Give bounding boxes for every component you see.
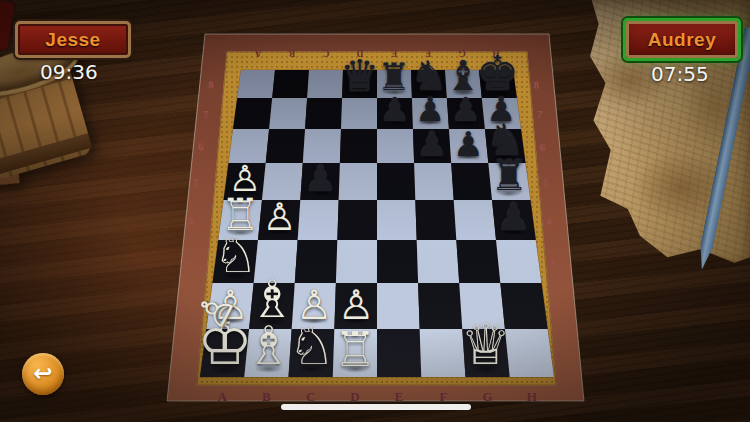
- clock-white: 09:36: [40, 60, 98, 84]
- board-label-C: C: [306, 389, 315, 404]
- piece-black-pawn-e7[interactable]: ♟: [380, 93, 410, 126]
- square-g5[interactable]: [451, 163, 492, 200]
- square-c4[interactable]: [298, 200, 339, 240]
- square-f1[interactable]: [420, 329, 466, 377]
- clock-black: 07:55: [651, 62, 709, 86]
- piece-black-pawn-c5[interactable]: ♟: [304, 161, 336, 197]
- board-label-3: 3: [549, 257, 555, 268]
- square-e1[interactable]: [377, 329, 421, 377]
- square-g3[interactable]: [456, 240, 500, 283]
- board-label-5: 5: [543, 177, 549, 188]
- square-h1[interactable]: [505, 329, 554, 377]
- board-label-8: 8: [533, 79, 539, 90]
- home-indicator[interactable]: [281, 404, 471, 410]
- square-d6[interactable]: [340, 129, 377, 163]
- square-d5[interactable]: [339, 163, 377, 200]
- square-f4[interactable]: [415, 200, 456, 240]
- square-d7[interactable]: [341, 98, 377, 129]
- piece-black-pawn-g6[interactable]: ♟: [453, 126, 484, 160]
- undo-arrow-icon: ↩: [33, 360, 52, 386]
- square-c3[interactable]: [295, 240, 338, 283]
- square-h3[interactable]: [496, 240, 541, 283]
- square-e5[interactable]: [377, 163, 415, 200]
- board-label-1: 1: [555, 349, 561, 360]
- board-label-F: F: [439, 389, 447, 404]
- square-b6[interactable]: [266, 129, 305, 163]
- board-label-3: 3: [183, 257, 189, 268]
- board-label-E: E: [395, 389, 404, 404]
- board-label-2: 2: [552, 302, 558, 313]
- piece-black-pawn-g7[interactable]: ♟: [451, 93, 481, 126]
- square-e2[interactable]: [377, 283, 420, 329]
- square-b8[interactable]: [272, 70, 309, 98]
- board-label-8: 8: [208, 79, 214, 90]
- piece-black-pawn-f7[interactable]: ♟: [415, 93, 445, 126]
- piece-black-rook-h5[interactable]: ♜: [490, 155, 528, 197]
- square-d3[interactable]: [336, 240, 377, 283]
- piece-white-queen-g1[interactable]: ♕: [460, 318, 510, 374]
- player-name-black: Audrey: [648, 29, 716, 51]
- square-e3[interactable]: [377, 240, 418, 283]
- board-label-G: G: [483, 389, 493, 404]
- board-label-2: 2: [178, 302, 184, 313]
- board-label-A: A: [254, 48, 261, 58]
- piece-white-pawn-d2[interactable]: ♙: [338, 284, 374, 325]
- square-f2[interactable]: [418, 283, 462, 329]
- piece-white-rook-d1[interactable]: ♖: [334, 325, 377, 373]
- square-e6[interactable]: [377, 129, 414, 163]
- board-label-6: 6: [198, 142, 204, 153]
- piece-white-knight-c1[interactable]: ♘: [288, 321, 335, 374]
- player-name-white: Jesse: [45, 29, 100, 51]
- square-c8[interactable]: [307, 70, 343, 98]
- square-f3[interactable]: [417, 240, 460, 283]
- board-label-7: 7: [536, 109, 542, 120]
- player-plate-black-active: Audrey: [623, 18, 741, 61]
- piece-white-bishop-b1[interactable]: ♗: [245, 321, 292, 374]
- piece-black-queen-d8[interactable]: ♛: [340, 53, 379, 97]
- piece-black-pawn-f6[interactable]: ♟: [416, 126, 447, 160]
- square-b7[interactable]: [269, 98, 307, 129]
- board-label-A: A: [217, 389, 227, 404]
- board-label-6: 6: [540, 142, 546, 153]
- square-a8[interactable]: [237, 70, 275, 98]
- square-f5[interactable]: [414, 163, 454, 200]
- board-label-H: H: [527, 389, 537, 404]
- piece-white-pawn-b4[interactable]: ♙: [263, 199, 297, 237]
- chess-app-screen: AABBCCDDEEFFGGHH8877665544332211 ♛♜♞♝♚♟♟…: [0, 0, 750, 422]
- back-button[interactable]: ↩: [22, 353, 64, 395]
- square-a7[interactable]: [233, 98, 272, 129]
- board-label-B: B: [262, 389, 271, 404]
- square-d4[interactable]: [337, 200, 377, 240]
- board-label-1: 1: [173, 349, 179, 360]
- square-e4[interactable]: [377, 200, 417, 240]
- board-label-C: C: [322, 48, 329, 58]
- board-label-7: 7: [203, 109, 209, 120]
- board-label-B: B: [288, 48, 295, 58]
- player-plate-white: Jesse: [15, 21, 131, 58]
- piece-black-pawn-h4[interactable]: ♟: [497, 199, 531, 237]
- board-label-D: D: [350, 389, 359, 404]
- board-label-5: 5: [193, 177, 199, 188]
- square-c7[interactable]: [305, 98, 342, 129]
- square-g4[interactable]: [454, 200, 496, 240]
